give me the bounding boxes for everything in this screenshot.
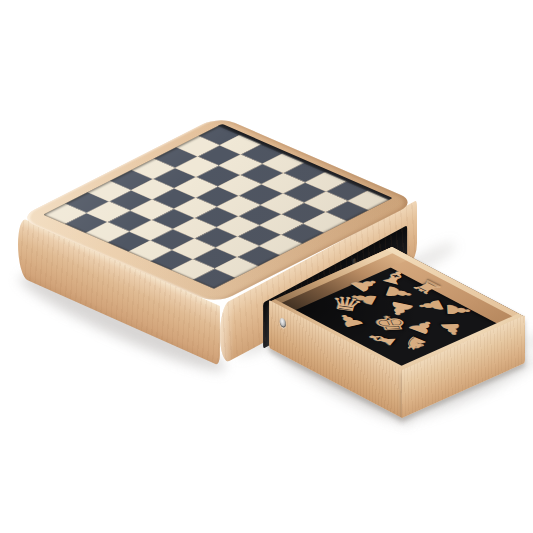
chess-piece: ♜ bbox=[407, 277, 448, 297]
chess-piece: ♟ bbox=[344, 275, 387, 295]
chess-piece: ♟ bbox=[435, 321, 467, 336]
chess-piece: ♟ bbox=[345, 289, 382, 307]
chess-piece: ♟ bbox=[402, 316, 443, 337]
chess-piece: ♚ bbox=[368, 313, 412, 334]
chess-piece: ♟ bbox=[381, 299, 419, 320]
chess-piece: ♟ bbox=[330, 311, 370, 330]
chess-piece: ♟ bbox=[413, 298, 450, 313]
screw-icon bbox=[280, 317, 286, 329]
chess-piece: ♝ bbox=[361, 329, 403, 350]
chess-piece: ♟ bbox=[442, 302, 473, 317]
chess-piece: ♛ bbox=[327, 293, 366, 315]
chess-piece: ♟ bbox=[380, 284, 417, 303]
product-photo-scene: ♟♞♟ ♟♝♟♛♟♜♟♟♚♟♝♟♟♞♟ bbox=[0, 0, 533, 533]
chess-piece: ♝ bbox=[374, 267, 416, 289]
chess-piece: ♞ bbox=[393, 333, 435, 354]
